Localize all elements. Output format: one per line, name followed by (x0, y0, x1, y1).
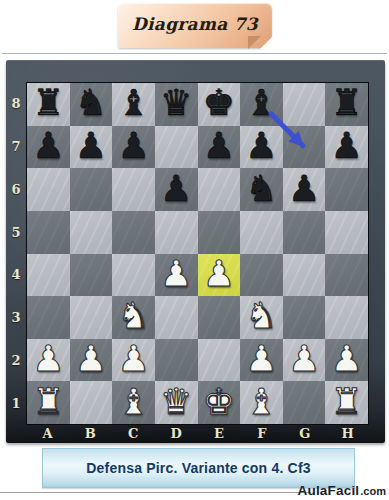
square-d2 (155, 339, 198, 382)
bottom-divider (0, 492, 311, 493)
piece-black-pawn-e7: ♟ (203, 128, 235, 164)
square-f8: ♝ (240, 83, 283, 126)
rank-label-6: 6 (6, 168, 26, 211)
square-b7: ♟ (70, 126, 113, 169)
square-h2: ♟ (325, 339, 368, 382)
square-f3: ♞ (240, 296, 283, 339)
rank-label-7: 7 (6, 125, 26, 168)
square-h3 (325, 296, 368, 339)
square-d3 (155, 296, 198, 339)
piece-white-pawn-h2: ♟ (331, 341, 363, 377)
square-g7 (283, 126, 326, 169)
square-h1: ♜ (325, 381, 368, 424)
square-d8: ♛ (155, 83, 198, 126)
square-h5 (325, 211, 368, 254)
rank-label-3: 3 (6, 296, 26, 339)
piece-white-pawn-e4: ♟ (203, 256, 235, 292)
square-h6 (325, 168, 368, 211)
file-label-d: D (155, 425, 198, 442)
square-e8: ♚ (198, 83, 241, 126)
diagram-title: Diagrama 73 (132, 14, 258, 37)
caption-text: Defensa Pirc. Variante con 4. Cf3 (86, 460, 310, 476)
piece-white-bishop-c1: ♝ (117, 384, 149, 420)
file-label-c: C (112, 425, 155, 442)
square-g3 (283, 296, 326, 339)
square-e7: ♟ (198, 126, 241, 169)
square-a7: ♟ (27, 126, 70, 169)
aulafacil-logo-link[interactable]: AulaFacil .com (297, 483, 386, 498)
square-g2: ♟ (283, 339, 326, 382)
square-f7: ♟ (240, 126, 283, 169)
piece-white-pawn-b2: ♟ (75, 341, 107, 377)
piece-black-knight-b8: ♞ (75, 85, 107, 121)
square-h7: ♟ (325, 126, 368, 169)
square-a4 (27, 254, 70, 297)
piece-white-pawn-f2: ♟ (245, 341, 277, 377)
rank-label-8: 8 (6, 82, 26, 125)
piece-white-queen-d1: ♛ (160, 384, 192, 420)
square-f2: ♟ (240, 339, 283, 382)
square-f6: ♞ (240, 168, 283, 211)
square-g5 (283, 211, 326, 254)
square-a5 (27, 211, 70, 254)
piece-white-pawn-d4: ♟ (160, 256, 192, 292)
square-g1 (283, 381, 326, 424)
brand-name: AulaFacil (297, 483, 359, 498)
piece-white-king-e1: ♚ (203, 384, 235, 420)
square-g6: ♟ (283, 168, 326, 211)
caption-bar: Defensa Pirc. Variante con 4. Cf3 (42, 448, 355, 488)
square-a3 (27, 296, 70, 339)
piece-white-pawn-g2: ♟ (288, 341, 320, 377)
file-label-b: B (69, 425, 112, 442)
piece-black-pawn-d6: ♟ (160, 171, 192, 207)
square-d1: ♛ (155, 381, 198, 424)
diagram-page: Diagrama 73 87654321 ♜♞♝♛♚♝♜♟♟♟♟♟♟♟♞♟♟♟♞… (0, 0, 389, 500)
square-e1: ♚ (198, 381, 241, 424)
square-c1: ♝ (112, 381, 155, 424)
piece-white-pawn-c2: ♟ (117, 341, 149, 377)
file-label-g: G (283, 425, 326, 442)
square-b5 (70, 211, 113, 254)
brand-suffix: .com (360, 485, 386, 497)
piece-white-knight-c3: ♞ (117, 298, 149, 334)
piece-black-pawn-g6: ♟ (288, 171, 320, 207)
piece-white-knight-f3: ♞ (245, 298, 277, 334)
square-c6 (112, 168, 155, 211)
chess-board: ♜♞♝♛♚♝♜♟♟♟♟♟♟♟♞♟♟♟♞♞♟♟♟♟♟♟♜♝♛♚♝♜ (26, 82, 369, 425)
square-c2: ♟ (112, 339, 155, 382)
piece-white-rook-h1: ♜ (331, 384, 363, 420)
square-e3 (198, 296, 241, 339)
piece-white-bishop-f1: ♝ (245, 384, 277, 420)
square-a1: ♜ (27, 381, 70, 424)
square-b3 (70, 296, 113, 339)
piece-black-knight-f6: ♞ (245, 171, 277, 207)
square-d5 (155, 211, 198, 254)
square-c7: ♟ (112, 126, 155, 169)
square-e4: ♟ (198, 254, 241, 297)
square-a8: ♜ (27, 83, 70, 126)
square-e2 (198, 339, 241, 382)
piece-black-pawn-b7: ♟ (75, 128, 107, 164)
square-e5 (198, 211, 241, 254)
square-g4 (283, 254, 326, 297)
square-f4 (240, 254, 283, 297)
square-a6 (27, 168, 70, 211)
diagram-title-banner: Diagrama 73 (118, 3, 272, 48)
piece-black-pawn-f7: ♟ (245, 128, 277, 164)
square-a2: ♟ (27, 339, 70, 382)
rank-label-5: 5 (6, 211, 26, 254)
piece-black-pawn-h7: ♟ (331, 128, 363, 164)
square-c5 (112, 211, 155, 254)
piece-black-rook-h8: ♜ (331, 85, 363, 121)
file-label-f: F (240, 425, 283, 442)
square-b4 (70, 254, 113, 297)
piece-black-pawn-c7: ♟ (117, 128, 149, 164)
rank-labels: 87654321 (6, 82, 26, 425)
square-h8: ♜ (325, 83, 368, 126)
square-d7 (155, 126, 198, 169)
square-g8 (283, 83, 326, 126)
square-b1 (70, 381, 113, 424)
rank-label-4: 4 (6, 254, 26, 297)
piece-black-queen-d8: ♛ (160, 85, 192, 121)
square-c3: ♞ (112, 296, 155, 339)
square-c8: ♝ (112, 83, 155, 126)
square-e6 (198, 168, 241, 211)
file-label-h: H (326, 425, 369, 442)
square-d4: ♟ (155, 254, 198, 297)
square-d6: ♟ (155, 168, 198, 211)
file-label-e: E (198, 425, 241, 442)
piece-black-bishop-c8: ♝ (117, 85, 149, 121)
square-h4 (325, 254, 368, 297)
square-b2: ♟ (70, 339, 113, 382)
file-label-a: A (26, 425, 69, 442)
piece-black-king-e8: ♚ (203, 85, 235, 121)
square-b8: ♞ (70, 83, 113, 126)
rank-label-1: 1 (6, 382, 26, 425)
rank-label-2: 2 (6, 339, 26, 382)
piece-white-pawn-a2: ♟ (32, 341, 64, 377)
square-f5 (240, 211, 283, 254)
square-f1: ♝ (240, 381, 283, 424)
piece-white-rook-a1: ♜ (32, 384, 64, 420)
file-labels: ABCDEFGH (26, 425, 369, 442)
chess-board-frame: 87654321 ♜♞♝♛♚♝♜♟♟♟♟♟♟♟♞♟♟♟♞♞♟♟♟♟♟♟♜♝♛♚♝… (6, 60, 385, 443)
piece-black-pawn-a7: ♟ (32, 128, 64, 164)
top-divider (2, 53, 387, 54)
square-c4 (112, 254, 155, 297)
piece-black-bishop-f8: ♝ (245, 85, 277, 121)
piece-black-rook-a8: ♜ (32, 85, 64, 121)
square-b6 (70, 168, 113, 211)
